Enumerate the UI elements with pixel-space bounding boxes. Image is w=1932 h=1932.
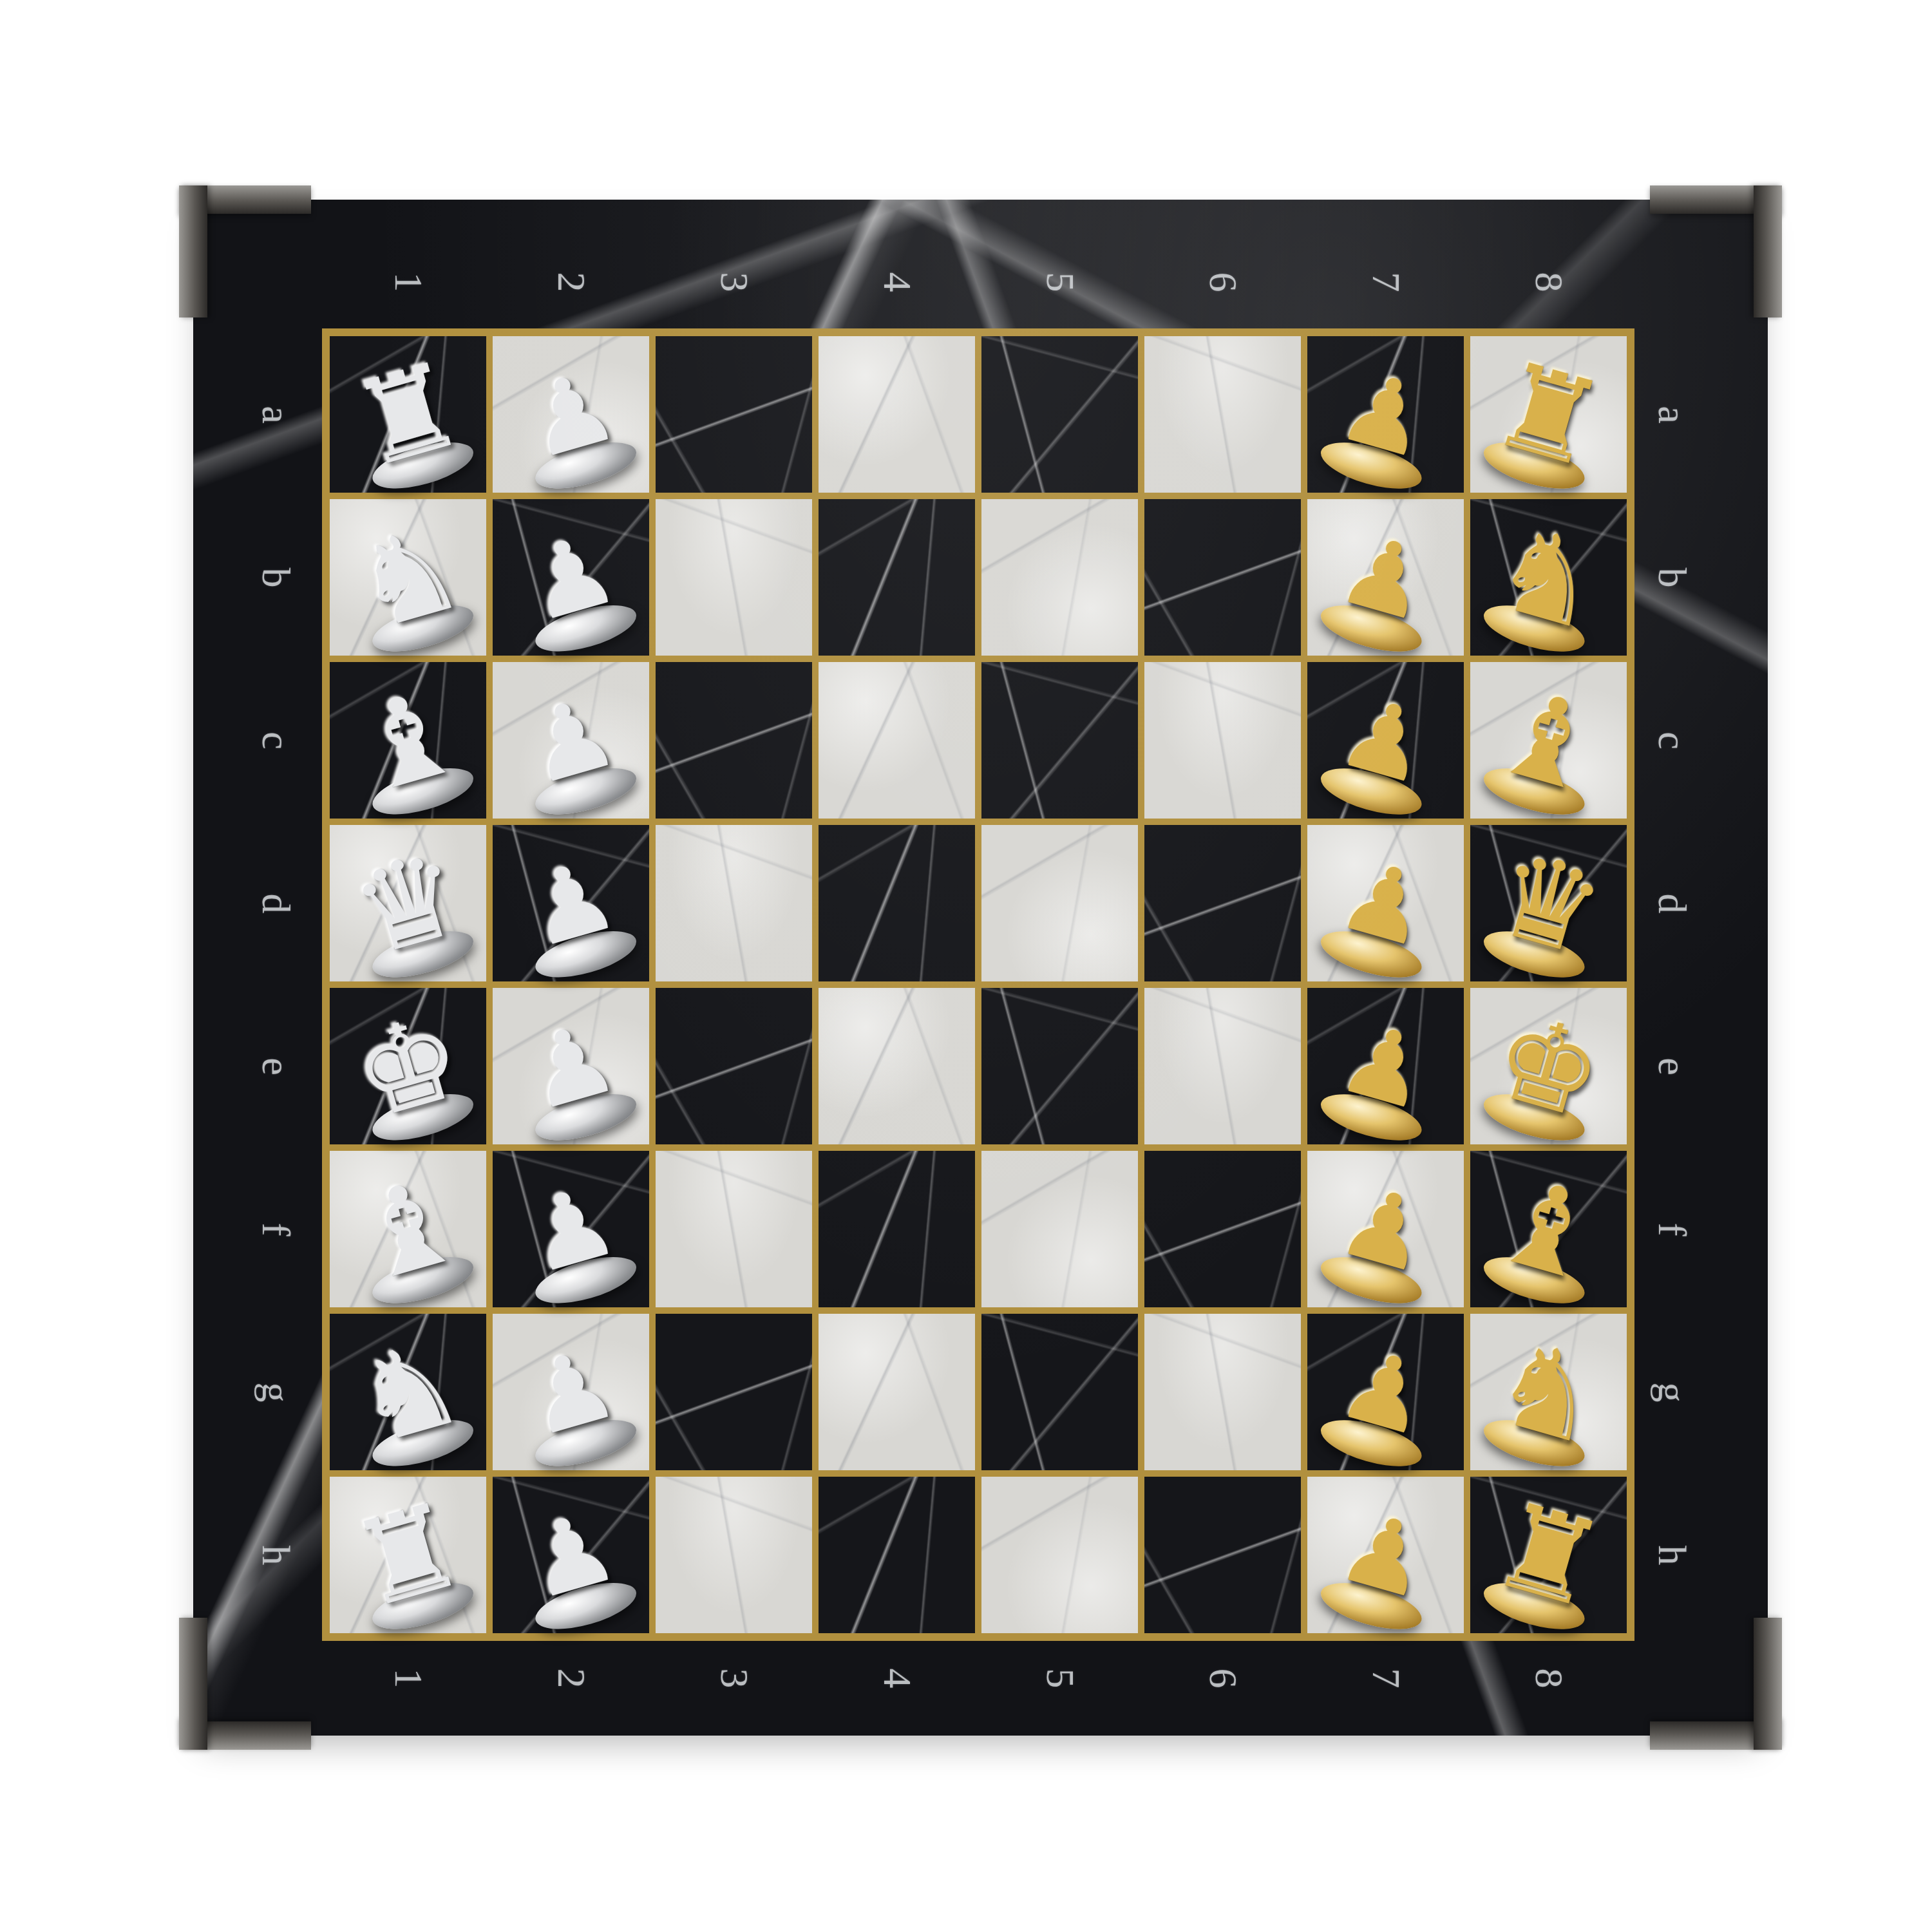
square-d1[interactable]: ♛ (330, 825, 486, 981)
file-label-left-a: a (253, 406, 299, 424)
square-g6[interactable] (1144, 1314, 1301, 1470)
square-g5[interactable] (981, 1314, 1138, 1470)
piece-glyph-white-b: ♝ (341, 1159, 475, 1300)
square-h2[interactable]: ♟ (493, 1477, 649, 1633)
file-label-left-f: f (253, 1222, 299, 1236)
square-g8[interactable]: ♞ (1470, 1314, 1627, 1470)
rank-label-bottom-3: 3 (711, 1669, 757, 1689)
square-a2[interactable]: ♟ (493, 336, 649, 493)
piece-wB-c1[interactable]: ♝ (311, 643, 505, 837)
rank-label-bottom-4: 4 (874, 1669, 920, 1689)
board-grid: ♜♟♟♜♞♟♟♞♝♟♟♝♛♟♟♛♚♟♟♚♝♟♟♝♞♟♟♞♜♟♟♜ (322, 328, 1634, 1641)
square-h4[interactable] (819, 1477, 975, 1633)
piece-bK-e8[interactable]: ♚ (1452, 969, 1645, 1163)
corner-bracket-icon (1650, 185, 1782, 317)
piece-glyph-white-p: ♟ (515, 355, 627, 474)
square-b6[interactable] (1144, 499, 1301, 656)
rank-label-top-7: 7 (1363, 272, 1408, 292)
square-b4[interactable] (819, 499, 975, 656)
file-label-right-e: e (1649, 1057, 1695, 1075)
square-e8[interactable]: ♚ (1470, 988, 1627, 1144)
square-b2[interactable]: ♟ (493, 499, 649, 656)
square-d8[interactable]: ♛ (1470, 825, 1627, 981)
piece-glyph-black-n: ♞ (1482, 1321, 1615, 1463)
square-e5[interactable] (981, 988, 1138, 1144)
square-b1[interactable]: ♞ (330, 499, 486, 656)
square-a5[interactable] (981, 336, 1138, 493)
piece-wN-g1[interactable]: ♞ (311, 1295, 505, 1489)
square-a7[interactable]: ♟ (1307, 336, 1464, 493)
piece-glyph-black-p: ♟ (1330, 844, 1441, 963)
square-g7[interactable]: ♟ (1307, 1314, 1464, 1470)
square-d5[interactable] (981, 825, 1138, 981)
square-d6[interactable] (1144, 825, 1301, 981)
piece-glyph-white-p: ♟ (515, 681, 627, 800)
file-label-right-b: b (1649, 567, 1695, 587)
piece-glyph-black-q: ♛ (1482, 833, 1615, 974)
piece-wP-d2[interactable]: ♟ (474, 806, 668, 1000)
piece-glyph-black-p: ♟ (1330, 1007, 1441, 1126)
square-h3[interactable] (656, 1477, 812, 1633)
square-h6[interactable] (1144, 1477, 1301, 1633)
square-f2[interactable]: ♟ (493, 1151, 649, 1307)
piece-glyph-black-p: ♟ (1330, 1496, 1441, 1615)
square-e1[interactable]: ♚ (330, 988, 486, 1144)
square-h7[interactable]: ♟ (1307, 1477, 1464, 1633)
square-a1[interactable]: ♜ (330, 336, 486, 493)
square-e2[interactable]: ♟ (493, 988, 649, 1144)
piece-glyph-white-r: ♜ (341, 1484, 475, 1626)
square-f1[interactable]: ♝ (330, 1151, 486, 1307)
square-g1[interactable]: ♞ (330, 1314, 486, 1470)
piece-glyph-white-n: ♞ (341, 1321, 475, 1463)
corner-bracket-icon (179, 185, 311, 317)
piece-wQ-d1[interactable]: ♛ (311, 806, 505, 1000)
square-c4[interactable] (819, 662, 975, 819)
piece-glyph-white-p: ♟ (515, 1007, 627, 1126)
piece-bP-d7[interactable]: ♟ (1289, 806, 1482, 1000)
piece-wP-c2[interactable]: ♟ (474, 643, 668, 837)
piece-bP-a7[interactable]: ♟ (1289, 317, 1482, 511)
square-c7[interactable]: ♟ (1307, 662, 1464, 819)
piece-glyph-black-p: ♟ (1330, 1333, 1441, 1452)
file-label-left-h: h (253, 1545, 299, 1565)
square-b8[interactable]: ♞ (1470, 499, 1627, 656)
chess-board: ♜♟♟♜♞♟♟♞♝♟♟♝♛♟♟♛♚♟♟♚♝♟♟♝♞♟♟♞♜♟♟♜ 1234567… (193, 200, 1768, 1736)
file-label-left-c: c (253, 732, 299, 750)
square-g3[interactable] (656, 1314, 812, 1470)
piece-bN-b8[interactable]: ♞ (1452, 480, 1645, 674)
piece-bR-a8[interactable]: ♜ (1452, 317, 1645, 511)
file-label-right-c: c (1649, 732, 1695, 750)
piece-wP-b2[interactable]: ♟ (474, 480, 668, 674)
piece-glyph-white-r: ♜ (341, 344, 475, 486)
piece-bQ-d8[interactable]: ♛ (1452, 806, 1645, 1000)
piece-wP-g2[interactable]: ♟ (474, 1295, 668, 1489)
rank-label-top-2: 2 (548, 272, 594, 292)
piece-bP-h7[interactable]: ♟ (1289, 1458, 1482, 1652)
square-f6[interactable] (1144, 1151, 1301, 1307)
piece-glyph-white-q: ♛ (341, 833, 475, 974)
square-h1[interactable]: ♜ (330, 1477, 486, 1633)
square-b3[interactable] (656, 499, 812, 656)
square-g4[interactable] (819, 1314, 975, 1470)
file-label-right-f: f (1649, 1222, 1695, 1236)
piece-bR-h8[interactable]: ♜ (1452, 1458, 1645, 1652)
square-a6[interactable] (1144, 336, 1301, 493)
square-e7[interactable]: ♟ (1307, 988, 1464, 1144)
piece-wP-a2[interactable]: ♟ (474, 317, 668, 511)
piece-glyph-white-p: ♟ (515, 844, 627, 963)
square-f5[interactable] (981, 1151, 1138, 1307)
rank-label-top-3: 3 (711, 272, 757, 292)
piece-bP-b7[interactable]: ♟ (1289, 480, 1482, 674)
piece-bN-g8[interactable]: ♞ (1452, 1295, 1645, 1489)
square-b5[interactable] (981, 499, 1138, 656)
piece-glyph-black-r: ♜ (1482, 344, 1615, 486)
piece-wR-a1[interactable]: ♜ (311, 317, 505, 511)
file-label-left-d: d (253, 893, 299, 913)
square-c3[interactable] (656, 662, 812, 819)
piece-glyph-black-p: ♟ (1330, 1170, 1441, 1289)
piece-glyph-black-b: ♝ (1482, 670, 1615, 811)
piece-wP-f2[interactable]: ♟ (474, 1132, 668, 1326)
piece-glyph-white-p: ♟ (515, 1170, 627, 1289)
piece-wP-e2[interactable]: ♟ (474, 969, 668, 1163)
square-g2[interactable]: ♟ (493, 1314, 649, 1470)
corner-bracket-icon (1650, 1618, 1782, 1750)
photo-canvas: ♜♟♟♜♞♟♟♞♝♟♟♝♛♟♟♛♚♟♟♚♝♟♟♝♞♟♟♞♜♟♟♜ 1234567… (0, 0, 1932, 1932)
file-label-right-a: a (1649, 406, 1695, 424)
rank-label-top-5: 5 (1037, 272, 1083, 292)
piece-bB-f8[interactable]: ♝ (1452, 1132, 1645, 1326)
square-d2[interactable]: ♟ (493, 825, 649, 981)
piece-bP-g7[interactable]: ♟ (1289, 1295, 1482, 1489)
piece-glyph-white-p: ♟ (515, 1333, 627, 1452)
piece-glyph-white-b: ♝ (341, 670, 475, 811)
square-d3[interactable] (656, 825, 812, 981)
rank-label-top-6: 6 (1200, 272, 1245, 292)
piece-glyph-black-p: ♟ (1330, 681, 1441, 800)
piece-wP-h2[interactable]: ♟ (474, 1458, 668, 1652)
rank-label-bottom-7: 7 (1363, 1669, 1408, 1689)
square-f3[interactable] (656, 1151, 812, 1307)
piece-glyph-white-n: ♞ (341, 507, 475, 649)
square-c8[interactable]: ♝ (1470, 662, 1627, 819)
rank-label-bottom-1: 1 (385, 1669, 431, 1689)
file-label-left-g: g (253, 1382, 299, 1402)
rank-label-bottom-5: 5 (1037, 1669, 1083, 1689)
piece-wB-f1[interactable]: ♝ (311, 1132, 505, 1326)
piece-wK-e1[interactable]: ♚ (311, 969, 505, 1163)
piece-glyph-black-k: ♚ (1482, 996, 1615, 1137)
rank-label-bottom-2: 2 (548, 1669, 594, 1689)
piece-glyph-black-r: ♜ (1482, 1484, 1615, 1626)
piece-glyph-white-k: ♚ (341, 996, 475, 1137)
square-b7[interactable]: ♟ (1307, 499, 1464, 656)
file-label-right-h: h (1649, 1545, 1695, 1565)
rank-label-top-4: 4 (874, 272, 920, 292)
rank-label-bottom-6: 6 (1200, 1669, 1245, 1689)
square-c6[interactable] (1144, 662, 1301, 819)
square-a4[interactable] (819, 336, 975, 493)
file-label-left-e: e (253, 1057, 299, 1075)
piece-bP-e7[interactable]: ♟ (1289, 969, 1482, 1163)
file-label-right-g: g (1649, 1382, 1695, 1402)
piece-wR-h1[interactable]: ♜ (311, 1458, 505, 1652)
square-f8[interactable]: ♝ (1470, 1151, 1627, 1307)
square-f7[interactable]: ♟ (1307, 1151, 1464, 1307)
piece-bP-f7[interactable]: ♟ (1289, 1132, 1482, 1326)
piece-glyph-white-p: ♟ (515, 518, 627, 637)
square-a8[interactable]: ♜ (1470, 336, 1627, 493)
square-d4[interactable] (819, 825, 975, 981)
piece-bP-c7[interactable]: ♟ (1289, 643, 1482, 837)
square-d7[interactable]: ♟ (1307, 825, 1464, 981)
square-c1[interactable]: ♝ (330, 662, 486, 819)
rank-label-top-8: 8 (1526, 272, 1571, 292)
square-f4[interactable] (819, 1151, 975, 1307)
rank-label-top-1: 1 (385, 272, 431, 292)
piece-glyph-black-n: ♞ (1482, 507, 1615, 649)
square-e6[interactable] (1144, 988, 1301, 1144)
square-c2[interactable]: ♟ (493, 662, 649, 819)
square-e4[interactable] (819, 988, 975, 1144)
piece-glyph-black-p: ♟ (1330, 355, 1441, 474)
piece-glyph-black-b: ♝ (1482, 1159, 1615, 1300)
corner-bracket-icon (179, 1618, 311, 1750)
file-label-left-b: b (253, 567, 299, 587)
piece-bB-c8[interactable]: ♝ (1452, 643, 1645, 837)
square-e3[interactable] (656, 988, 812, 1144)
square-h5[interactable] (981, 1477, 1138, 1633)
square-c5[interactable] (981, 662, 1138, 819)
piece-wN-b1[interactable]: ♞ (311, 480, 505, 674)
square-a3[interactable] (656, 336, 812, 493)
piece-glyph-white-p: ♟ (515, 1496, 627, 1615)
piece-glyph-black-p: ♟ (1330, 518, 1441, 637)
rank-label-bottom-8: 8 (1526, 1669, 1571, 1689)
file-label-right-d: d (1649, 893, 1695, 913)
square-h8[interactable]: ♜ (1470, 1477, 1627, 1633)
